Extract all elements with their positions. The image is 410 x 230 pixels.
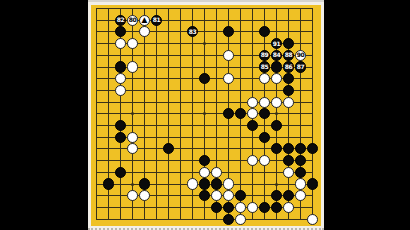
white-stone: ▲ [139, 15, 150, 26]
white-stone [295, 178, 306, 189]
black-stone [259, 202, 270, 213]
black-stone [295, 143, 306, 154]
white-stone [283, 97, 294, 108]
star-point [203, 112, 206, 115]
black-stone [103, 178, 114, 189]
black-stone [307, 143, 318, 154]
white-stone [259, 97, 270, 108]
move-number-label: 91 [273, 41, 281, 47]
black-stone [259, 26, 270, 37]
move-number-label: 87 [297, 64, 305, 70]
black-stone [211, 202, 222, 213]
white-stone: 90 [295, 50, 306, 61]
white-stone [127, 132, 138, 143]
black-stone [271, 202, 282, 213]
black-stone [115, 167, 126, 178]
star-point [131, 183, 134, 186]
black-stone [271, 61, 282, 72]
grid-line-horizontal [96, 219, 313, 220]
star-point [131, 112, 134, 115]
black-stone: 82 [115, 15, 126, 26]
black-stone [283, 85, 294, 96]
white-stone [247, 202, 258, 213]
white-stone [247, 155, 258, 166]
black-stone [211, 178, 222, 189]
move-number-label: 86 [285, 64, 293, 70]
black-stone [223, 214, 234, 225]
go-diagram-panel: 8280▲81839189848890858687 [88, 0, 324, 230]
white-stone [223, 178, 234, 189]
black-stone: 88 [283, 50, 294, 61]
black-stone [139, 178, 150, 189]
black-stone [223, 26, 234, 37]
black-stone: 81 [151, 15, 162, 26]
black-stone [115, 132, 126, 143]
black-stone [259, 132, 270, 143]
move-number-label: 80 [129, 17, 137, 23]
move-number-label: 82 [117, 17, 125, 23]
white-stone [139, 190, 150, 201]
white-stone [271, 73, 282, 84]
white-stone [259, 155, 270, 166]
black-stone [223, 108, 234, 119]
go-board[interactable]: 8280▲81839189848890858687 [91, 5, 321, 226]
move-number-label: 89 [261, 52, 269, 58]
white-stone [115, 38, 126, 49]
star-point [275, 112, 278, 115]
black-stone [307, 178, 318, 189]
white-stone [115, 85, 126, 96]
black-stone [199, 155, 210, 166]
star-point [275, 183, 278, 186]
black-stone [199, 178, 210, 189]
black-stone: 84 [271, 50, 282, 61]
black-stone [235, 108, 246, 119]
black-stone [283, 155, 294, 166]
white-stone: 80 [127, 15, 138, 26]
black-stone [247, 120, 258, 131]
black-stone [283, 73, 294, 84]
white-stone [223, 190, 234, 201]
white-stone [211, 167, 222, 178]
white-stone [139, 26, 150, 37]
black-stone: 89 [259, 50, 270, 61]
black-stone [199, 73, 210, 84]
black-stone: 87 [295, 61, 306, 72]
black-stone [259, 108, 270, 119]
move-number-label: 83 [189, 29, 197, 35]
white-stone [307, 214, 318, 225]
move-number-label: 84 [273, 52, 281, 58]
black-stone [235, 190, 246, 201]
white-stone [295, 190, 306, 201]
triangle-marker: ▲ [142, 17, 148, 25]
white-stone [211, 190, 222, 201]
white-stone [247, 97, 258, 108]
black-stone: 85 [259, 61, 270, 72]
white-stone [199, 167, 210, 178]
black-stone [163, 143, 174, 154]
white-stone [115, 73, 126, 84]
black-stone: 86 [283, 61, 294, 72]
black-stone: 91 [271, 38, 282, 49]
white-stone [223, 50, 234, 61]
white-stone [127, 38, 138, 49]
black-stone [271, 120, 282, 131]
white-stone [235, 202, 246, 213]
black-stone [283, 190, 294, 201]
black-stone [115, 120, 126, 131]
white-stone [235, 214, 246, 225]
screenshot-stage: 8280▲81839189848890858687 [0, 0, 410, 230]
move-number-label: 81 [153, 17, 161, 23]
black-stone [115, 26, 126, 37]
white-stone [223, 73, 234, 84]
black-stone: 83 [187, 26, 198, 37]
white-stone [127, 190, 138, 201]
move-number-label: 90 [297, 52, 305, 58]
black-stone [283, 38, 294, 49]
move-number-label: 88 [285, 52, 293, 58]
move-number-label: 85 [261, 64, 269, 70]
white-stone [187, 178, 198, 189]
white-stone [127, 143, 138, 154]
black-stone [199, 190, 210, 201]
black-stone [283, 143, 294, 154]
white-stone [127, 61, 138, 72]
black-stone [223, 202, 234, 213]
black-stone [115, 61, 126, 72]
white-stone [247, 108, 258, 119]
black-stone [271, 190, 282, 201]
white-stone [283, 202, 294, 213]
star-point [203, 42, 206, 45]
black-stone [271, 143, 282, 154]
white-stone [283, 167, 294, 178]
white-stone [271, 97, 282, 108]
black-stone [295, 167, 306, 178]
black-stone [295, 155, 306, 166]
white-stone [259, 73, 270, 84]
